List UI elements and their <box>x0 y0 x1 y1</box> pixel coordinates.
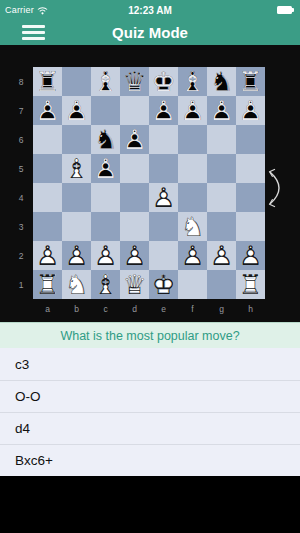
piece-black-rook: ♜♖ <box>236 67 265 96</box>
file-label-d: d <box>120 302 149 316</box>
file-label-e: e <box>149 302 178 316</box>
piece-white-queen: ♛♕ <box>120 270 149 299</box>
square-e6 <box>149 125 178 154</box>
square-c6: ♞♘ <box>91 125 120 154</box>
square-f4 <box>178 183 207 212</box>
rank-label-5: 5 <box>13 154 29 183</box>
square-h3 <box>236 212 265 241</box>
square-f3: ♞♘ <box>178 212 207 241</box>
square-g2: ♟♙ <box>207 241 236 270</box>
piece-white-pawn: ♟♙ <box>120 241 149 270</box>
square-g6 <box>207 125 236 154</box>
square-g7: ♟♙ <box>207 96 236 125</box>
flip-board-arrow-icon[interactable] <box>266 166 282 210</box>
square-b4 <box>62 183 91 212</box>
piece-black-rook: ♜♖ <box>33 67 62 96</box>
piece-black-king: ♚♔ <box>149 67 178 96</box>
piece-black-pawn: ♟♙ <box>33 96 62 125</box>
square-f5 <box>178 154 207 183</box>
square-c2: ♟♙ <box>91 241 120 270</box>
square-b6 <box>62 125 91 154</box>
piece-black-pawn: ♟♙ <box>120 125 149 154</box>
nav-bar: Quiz Mode <box>0 20 300 45</box>
square-b3 <box>62 212 91 241</box>
square-a8: ♜♖ <box>33 67 62 96</box>
square-d7 <box>120 96 149 125</box>
square-a7: ♟♙ <box>33 96 62 125</box>
answer-option-bxc6[interactable]: Bxc6+ <box>0 444 300 476</box>
square-h5 <box>236 154 265 183</box>
piece-black-knight: ♞♘ <box>207 67 236 96</box>
square-g5 <box>207 154 236 183</box>
square-a4 <box>33 183 62 212</box>
answer-option-c3[interactable]: c3 <box>0 348 300 380</box>
square-f2: ♟♙ <box>178 241 207 270</box>
piece-white-pawn: ♟♙ <box>178 241 207 270</box>
piece-white-bishop: ♝♗ <box>62 154 91 183</box>
answer-option-d4[interactable]: d4 <box>0 412 300 444</box>
square-e8: ♚♔ <box>149 67 178 96</box>
square-g8: ♞♘ <box>207 67 236 96</box>
rank-label-6: 6 <box>13 125 29 154</box>
rank-label-7: 7 <box>13 96 29 125</box>
square-d8: ♛♕ <box>120 67 149 96</box>
square-h7: ♟♙ <box>236 96 265 125</box>
piece-white-knight: ♞♘ <box>178 212 207 241</box>
rank-labels: 87654321 <box>13 67 29 299</box>
square-b7: ♟♙ <box>62 96 91 125</box>
square-e2 <box>149 241 178 270</box>
square-d1: ♛♕ <box>120 270 149 299</box>
file-labels: abcdefgh <box>33 302 265 316</box>
square-g1 <box>207 270 236 299</box>
piece-white-pawn: ♟♙ <box>207 241 236 270</box>
square-h1: ♜♖ <box>236 270 265 299</box>
square-h8: ♜♖ <box>236 67 265 96</box>
square-a5 <box>33 154 62 183</box>
square-e5 <box>149 154 178 183</box>
piece-black-bishop: ♝♗ <box>91 67 120 96</box>
square-h4 <box>236 183 265 212</box>
square-e4: ♟♙ <box>149 183 178 212</box>
status-bar: Carrier 12:23 AM <box>0 0 300 20</box>
board-section: 87654321 ♜♖♝♗♛♕♚♔♝♗♞♘♜♖♟♙♟♙♟♙♟♙♟♙♟♙♞♘♟♙♝… <box>0 45 300 322</box>
square-e7: ♟♙ <box>149 96 178 125</box>
answer-option-castle[interactable]: O-O <box>0 380 300 412</box>
quiz-question-banner: What is the most popular move? <box>0 322 300 348</box>
square-c1: ♝♗ <box>91 270 120 299</box>
file-label-f: f <box>178 302 207 316</box>
piece-white-rook: ♜♖ <box>33 270 62 299</box>
file-label-b: b <box>62 302 91 316</box>
square-f8: ♝♗ <box>178 67 207 96</box>
square-h6 <box>236 125 265 154</box>
square-d2: ♟♙ <box>120 241 149 270</box>
piece-black-queen: ♛♕ <box>120 67 149 96</box>
square-f1 <box>178 270 207 299</box>
page-title: Quiz Mode <box>0 20 300 45</box>
hamburger-icon <box>22 25 45 28</box>
rank-label-3: 3 <box>13 212 29 241</box>
file-label-c: c <box>91 302 120 316</box>
answer-list: c3 O-O d4 Bxc6+ <box>0 348 300 476</box>
clock-label: 12:23 AM <box>0 5 300 16</box>
square-g4 <box>207 183 236 212</box>
app-screen: Carrier 12:23 AM Quiz Mode 87654321 ♜♖♝♗… <box>0 0 300 533</box>
square-c3 <box>91 212 120 241</box>
piece-white-rook: ♜♖ <box>236 270 265 299</box>
piece-black-pawn: ♟♙ <box>236 96 265 125</box>
square-a2: ♟♙ <box>33 241 62 270</box>
square-e3 <box>149 212 178 241</box>
rank-label-4: 4 <box>13 183 29 212</box>
piece-white-bishop: ♝♗ <box>91 270 120 299</box>
bottom-background <box>0 477 300 533</box>
piece-black-knight: ♞♘ <box>91 125 120 154</box>
file-label-a: a <box>33 302 62 316</box>
chess-board: ♜♖♝♗♛♕♚♔♝♗♞♘♜♖♟♙♟♙♟♙♟♙♟♙♟♙♞♘♟♙♝♗♟♙♟♙♞♘♟♙… <box>33 67 265 299</box>
piece-black-pawn: ♟♙ <box>62 96 91 125</box>
piece-white-pawn: ♟♙ <box>236 241 265 270</box>
rank-label-8: 8 <box>13 67 29 96</box>
piece-white-king: ♚♔ <box>149 270 178 299</box>
square-d5 <box>120 154 149 183</box>
piece-white-pawn: ♟♙ <box>33 241 62 270</box>
piece-white-pawn: ♟♙ <box>149 183 178 212</box>
file-label-g: g <box>207 302 236 316</box>
square-b2: ♟♙ <box>62 241 91 270</box>
square-d6: ♟♙ <box>120 125 149 154</box>
square-a1: ♜♖ <box>33 270 62 299</box>
square-f7: ♟♙ <box>178 96 207 125</box>
square-h2: ♟♙ <box>236 241 265 270</box>
square-f6 <box>178 125 207 154</box>
file-label-h: h <box>236 302 265 316</box>
square-a3 <box>33 212 62 241</box>
piece-black-pawn: ♟♙ <box>178 96 207 125</box>
battery-icon <box>277 6 294 14</box>
piece-black-pawn: ♟♙ <box>207 96 236 125</box>
square-e1: ♚♔ <box>149 270 178 299</box>
menu-button[interactable] <box>22 25 45 40</box>
square-a6 <box>33 125 62 154</box>
piece-black-bishop: ♝♗ <box>178 67 207 96</box>
square-c8: ♝♗ <box>91 67 120 96</box>
square-b5: ♝♗ <box>62 154 91 183</box>
piece-black-pawn: ♟♙ <box>149 96 178 125</box>
square-b1: ♞♘ <box>62 270 91 299</box>
quiz-question-text: What is the most popular move? <box>60 329 239 343</box>
square-c5: ♟♙ <box>91 154 120 183</box>
square-d3 <box>120 212 149 241</box>
rank-label-2: 2 <box>13 241 29 270</box>
rank-label-1: 1 <box>13 270 29 299</box>
square-b8 <box>62 67 91 96</box>
square-d4 <box>120 183 149 212</box>
square-g3 <box>207 212 236 241</box>
piece-black-pawn: ♟♙ <box>91 154 120 183</box>
square-c7 <box>91 96 120 125</box>
square-c4 <box>91 183 120 212</box>
piece-white-pawn: ♟♙ <box>62 241 91 270</box>
piece-white-knight: ♞♘ <box>62 270 91 299</box>
piece-white-pawn: ♟♙ <box>91 241 120 270</box>
